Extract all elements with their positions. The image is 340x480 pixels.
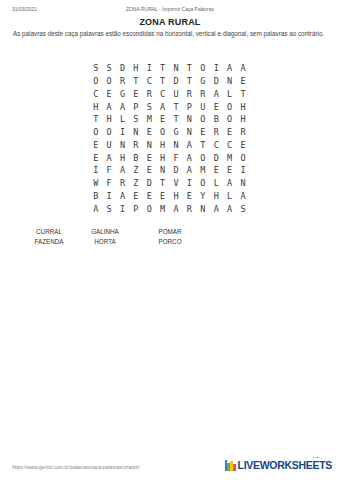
grid-cell-r1c12[interactable]: A <box>236 62 249 75</box>
grid-cell-r12c5[interactable]: O <box>143 202 156 215</box>
grid-cell-r4c9[interactable]: U <box>196 100 209 113</box>
grid-cell-r3c9[interactable]: R <box>196 88 209 101</box>
grid-cell-r5c1[interactable]: T <box>89 113 102 126</box>
grid-cell-r8c4[interactable]: B <box>129 151 142 164</box>
grid-cell-r6c9[interactable]: E <box>196 126 209 139</box>
grid-cell-r11c7[interactable]: H <box>169 190 182 203</box>
grid-cell-r10c9[interactable]: O <box>196 177 209 190</box>
grid-cell-r4c11[interactable]: O <box>223 100 236 113</box>
grid-cell-r4c1[interactable]: H <box>89 100 102 113</box>
grid-cell-r4c10[interactable]: E <box>210 100 223 113</box>
grid-cell-r5c7[interactable]: T <box>169 113 182 126</box>
word-item: FAZENDA <box>19 237 79 247</box>
word-item: CURRAL <box>19 227 79 237</box>
grid-cell-r2c3[interactable]: R <box>116 75 129 88</box>
dot-green <box>317 457 318 458</box>
grid-cell-r2c12[interactable]: E <box>236 75 249 88</box>
brand-pre: LIVEWORKSHE <box>238 459 313 471</box>
grid-cell-r8c12[interactable]: O <box>236 151 249 164</box>
grid-cell-r3c10[interactable]: A <box>210 88 223 101</box>
grid-cell-r11c4[interactable]: E <box>129 190 142 203</box>
grid-cell-r2c11[interactable]: N <box>223 75 236 88</box>
grid-cell-r4c5[interactable]: S <box>143 100 156 113</box>
grid-cell-r5c4[interactable]: S <box>129 113 142 126</box>
grid-cell-r1c6[interactable]: T <box>156 62 169 75</box>
accent-dots-icon <box>312 457 319 458</box>
brand-accent-e: E <box>312 459 319 471</box>
grid-cell-r3c5[interactable]: R <box>143 88 156 101</box>
grid-cell-r10c4[interactable]: Z <box>129 177 142 190</box>
grid-cell-r1c4[interactable]: H <box>129 62 142 75</box>
grid-cell-r6c3[interactable]: I <box>116 126 129 139</box>
grid-cell-r3c4[interactable]: E <box>129 88 142 101</box>
grid-cell-r11c1[interactable]: B <box>89 190 102 203</box>
grid-cell-r9c8[interactable]: A <box>183 164 196 177</box>
grid-cell-r6c5[interactable]: E <box>143 126 156 139</box>
source-url: https://www.geniol.com.br/palavras/caca-… <box>12 464 140 470</box>
worksheet-page: 31/03/2021 ZONA RURAL - Imprimir Caça Pa… <box>0 0 340 480</box>
word-list: CURRALFAZENDAGALINHAHORTAPOMARPORCO <box>0 227 340 251</box>
grid-cell-r11c2[interactable]: I <box>102 190 115 203</box>
grid-cell-r2c1[interactable]: O <box>89 75 102 88</box>
grid-cell-r9c2[interactable]: F <box>102 164 115 177</box>
dot-red <box>313 457 314 458</box>
grid-cell-r2c2[interactable]: O <box>102 75 115 88</box>
brand-post: TS <box>319 459 332 471</box>
grid-cell-r1c2[interactable]: S <box>102 62 115 75</box>
grid-cell-r8c10[interactable]: D <box>210 151 223 164</box>
grid-cell-r9c9[interactable]: M <box>196 164 209 177</box>
grid-cell-r6c4[interactable]: N <box>129 126 142 139</box>
grid-cell-r7c7[interactable]: N <box>169 139 182 152</box>
grid-cell-r7c5[interactable]: N <box>143 139 156 152</box>
grid-cell-r6c2[interactable]: O <box>102 126 115 139</box>
grid-cell-r5c11[interactable]: O <box>223 113 236 126</box>
grid-cell-r9c6[interactable]: N <box>156 164 169 177</box>
bar-red <box>233 464 235 471</box>
grid-cell-r10c12[interactable]: N <box>236 177 249 190</box>
grid-cell-r10c8[interactable]: I <box>183 177 196 190</box>
grid-cell-r12c10[interactable]: A <box>210 202 223 215</box>
grid-cell-r2c9[interactable]: G <box>196 75 209 88</box>
grid-cell-r4c2[interactable]: A <box>102 100 115 113</box>
grid-cell-r12c1[interactable]: A <box>89 202 102 215</box>
grid-cell-r7c6[interactable]: H <box>156 139 169 152</box>
grid-cell-r6c6[interactable]: O <box>156 126 169 139</box>
grid-cell-r7c3[interactable]: N <box>116 139 129 152</box>
grid-cell-r3c12[interactable]: T <box>236 88 249 101</box>
puzzle-instructions: As palavras deste caça palavras estão es… <box>13 30 329 39</box>
grid-cell-r3c6[interactable]: C <box>156 88 169 101</box>
grid-cell-r7c8[interactable]: A <box>183 139 196 152</box>
grid-cell-r12c9[interactable]: N <box>196 202 209 215</box>
grid-cell-r4c7[interactable]: T <box>169 100 182 113</box>
grid-cell-r6c7[interactable]: G <box>169 126 182 139</box>
grid-cell-r4c4[interactable]: P <box>129 100 142 113</box>
grid-cell-r7c9[interactable]: T <box>196 139 209 152</box>
grid-cell-r2c6[interactable]: T <box>156 75 169 88</box>
grid-cell-r3c2[interactable]: E <box>102 88 115 101</box>
grid-cell-r10c10[interactable]: L <box>210 177 223 190</box>
grid-cell-r5c9[interactable]: O <box>196 113 209 126</box>
grid-cell-r1c1[interactable]: S <box>89 62 102 75</box>
grid-cell-r9c12[interactable]: I <box>236 164 249 177</box>
grid-cell-r8c5[interactable]: E <box>143 151 156 164</box>
grid-cell-r10c7[interactable]: V <box>169 177 182 190</box>
grid-cell-r9c10[interactable]: E <box>210 164 223 177</box>
grid-cell-r11c6[interactable]: E <box>156 190 169 203</box>
grid-cell-r2c5[interactable]: C <box>143 75 156 88</box>
grid-cell-r4c6[interactable]: A <box>156 100 169 113</box>
grid-cell-r9c1[interactable]: I <box>89 164 102 177</box>
grid-cell-r2c8[interactable]: T <box>183 75 196 88</box>
grid-cell-r5c5[interactable]: M <box>143 113 156 126</box>
grid-cell-r10c5[interactable]: D <box>143 177 156 190</box>
grid-cell-r12c2[interactable]: S <box>102 202 115 215</box>
grid-cell-r5c10[interactable]: B <box>210 113 223 126</box>
grid-cell-r7c2[interactable]: U <box>102 139 115 152</box>
word-list-column-3: POMARPORCO <box>140 227 200 247</box>
grid-cell-r9c3[interactable]: A <box>116 164 129 177</box>
grid-cell-r3c1[interactable]: C <box>89 88 102 101</box>
grid-cell-r11c12[interactable]: A <box>236 190 249 203</box>
grid-cell-r2c7[interactable]: D <box>169 75 182 88</box>
grid-cell-r8c7[interactable]: F <box>169 151 182 164</box>
grid-cell-r8c2[interactable]: A <box>102 151 115 164</box>
word-list-column-1: CURRALFAZENDA <box>19 227 79 247</box>
grid-cell-r1c11[interactable]: A <box>223 62 236 75</box>
grid-cell-r5c6[interactable]: E <box>156 113 169 126</box>
grid-cell-r1c8[interactable]: T <box>183 62 196 75</box>
grid-cell-r11c3[interactable]: A <box>116 190 129 203</box>
grid-cell-r12c3[interactable]: I <box>116 202 129 215</box>
grid-cell-r6c12[interactable]: R <box>236 126 249 139</box>
liveworksheets-bars-icon <box>225 460 236 471</box>
grid-cell-r2c4[interactable]: T <box>129 75 142 88</box>
grid-cell-r12c7[interactable]: A <box>169 202 182 215</box>
grid-cell-r7c12[interactable]: E <box>236 139 249 152</box>
grid-cell-r10c11[interactable]: A <box>223 177 236 190</box>
grid-cell-r12c6[interactable]: M <box>156 202 169 215</box>
grid-cell-r3c11[interactable]: L <box>223 88 236 101</box>
grid-cell-r5c8[interactable]: N <box>183 113 196 126</box>
grid-cell-r4c12[interactable]: H <box>236 100 249 113</box>
grid-cell-r9c7[interactable]: D <box>169 164 182 177</box>
grid-cell-r2c10[interactable]: D <box>210 75 223 88</box>
grid-cell-r1c3[interactable]: D <box>116 62 129 75</box>
grid-cell-r12c4[interactable]: P <box>129 202 142 215</box>
grid-cell-r10c2[interactable]: F <box>102 177 115 190</box>
grid-cell-r7c1[interactable]: E <box>89 139 102 152</box>
grid-cell-r6c10[interactable]: R <box>210 126 223 139</box>
document-title: ZONA RURAL - Imprimir Caça Palavras <box>0 6 340 12</box>
grid-cell-r9c11[interactable]: E <box>223 164 236 177</box>
grid-cell-r7c11[interactable]: C <box>223 139 236 152</box>
grid-cell-r8c9[interactable]: O <box>196 151 209 164</box>
grid-cell-r4c8[interactable]: P <box>183 100 196 113</box>
word-item: HORTA <box>75 237 135 247</box>
grid-cell-r5c12[interactable]: H <box>236 113 249 126</box>
word-item: GALINHA <box>75 227 135 237</box>
grid-cell-r10c1[interactable]: W <box>89 177 102 190</box>
puzzle-title: ZONA RURAL <box>0 17 340 27</box>
grid-cell-r11c10[interactable]: H <box>210 190 223 203</box>
grid-cell-r11c11[interactable]: L <box>223 190 236 203</box>
grid-cell-r8c6[interactable]: H <box>156 151 169 164</box>
grid-cell-r1c9[interactable]: O <box>196 62 209 75</box>
grid-cell-r9c5[interactable]: E <box>143 164 156 177</box>
grid-cell-r12c12[interactable]: S <box>236 202 249 215</box>
grid-cell-r10c3[interactable]: R <box>116 177 129 190</box>
grid-cell-r4c3[interactable]: A <box>116 100 129 113</box>
grid-cell-r11c9[interactable]: Y <box>196 190 209 203</box>
word-item: PORCO <box>140 237 200 247</box>
grid-cell-r8c8[interactable]: A <box>183 151 196 164</box>
grid-cell-r8c3[interactable]: H <box>116 151 129 164</box>
grid-cell-r1c5[interactable]: I <box>143 62 156 75</box>
grid-cell-r8c1[interactable]: E <box>89 151 102 164</box>
grid-cell-r7c10[interactable]: C <box>210 139 223 152</box>
grid-cell-r11c5[interactable]: E <box>143 190 156 203</box>
grid-cell-r7c4[interactable]: R <box>129 139 142 152</box>
dot-yellow <box>315 457 316 458</box>
grid-cell-r5c2[interactable]: H <box>102 113 115 126</box>
grid-cell-r3c7[interactable]: U <box>169 88 182 101</box>
word-item: POMAR <box>140 227 200 237</box>
grid-cell-r1c10[interactable]: I <box>210 62 223 75</box>
grid-cell-r1c7[interactable]: N <box>169 62 182 75</box>
grid-cell-r3c3[interactable]: G <box>116 88 129 101</box>
grid-cell-r12c11[interactable]: A <box>223 202 236 215</box>
grid-cell-r3c8[interactable]: R <box>183 88 196 101</box>
grid-cell-r12c8[interactable]: R <box>183 202 196 215</box>
grid-cell-r11c8[interactable]: E <box>183 190 196 203</box>
grid-cell-r10c6[interactable]: T <box>156 177 169 190</box>
grid-cell-r5c3[interactable]: L <box>116 113 129 126</box>
liveworksheets-logo[interactable]: LIVEWORKSHEETS <box>225 459 332 471</box>
grid-cell-r6c1[interactable]: O <box>89 126 102 139</box>
word-search-grid[interactable]: SSDHITNTOIAAOORTCTDTGDNECEGERCURRALTHAAP… <box>89 62 250 215</box>
grid-cell-r6c8[interactable]: N <box>183 126 196 139</box>
grid-cell-r6c11[interactable]: E <box>223 126 236 139</box>
grid-cell-r9c4[interactable]: Z <box>129 164 142 177</box>
liveworksheets-wordmark: LIVEWORKSHEETS <box>238 459 332 471</box>
word-list-column-2: GALINHAHORTA <box>75 227 135 247</box>
grid-cell-r8c11[interactable]: M <box>223 151 236 164</box>
